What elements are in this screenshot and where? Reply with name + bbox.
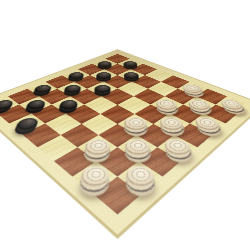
checkers-board-photo [0,0,250,250]
checkers-board [0,50,250,235]
pieces-layer [0,54,248,215]
